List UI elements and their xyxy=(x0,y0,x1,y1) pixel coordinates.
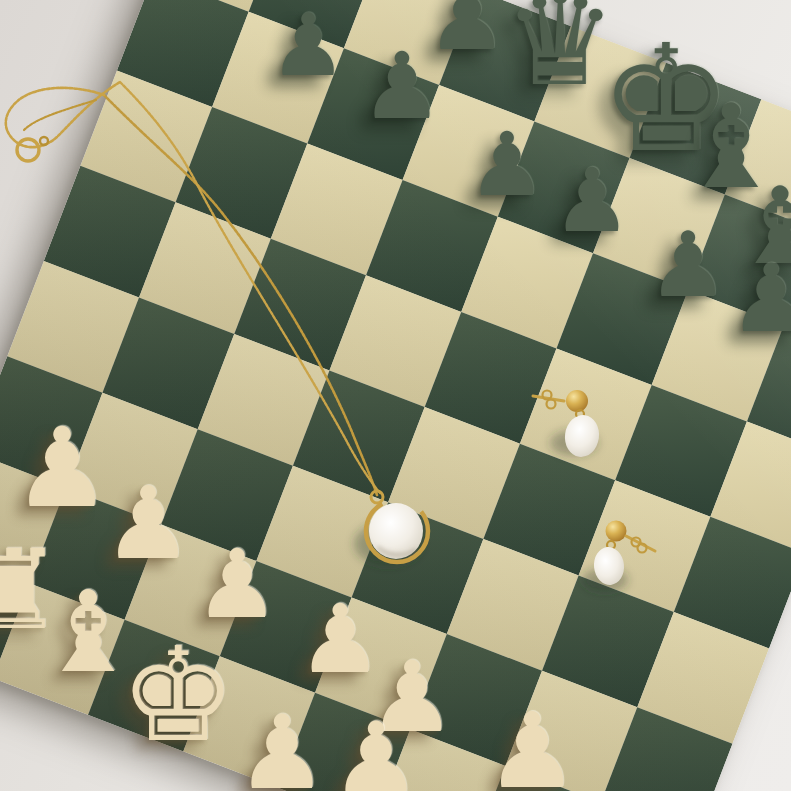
piece-cream-king-d2[interactable]: ♚ xyxy=(120,630,237,760)
piece-cream-pawn-b3[interactable]: ♟ xyxy=(13,413,112,523)
piece-green-pawn-f7[interactable]: ♟ xyxy=(553,157,632,245)
piece-green-pawn-c7[interactable]: ♟ xyxy=(361,41,443,133)
piece-green-pawn-h6[interactable]: ♟ xyxy=(729,252,791,346)
piece-cream-pawn-g3[interactable]: ♟ xyxy=(485,699,578,791)
piece-layer: ♟♟♟♛♚♟♟♝♝♟♟♟♟♜♝♟♟♟♚♟♟♟ xyxy=(0,0,791,791)
piece-cream-pawn-d3[interactable]: ♟ xyxy=(194,537,279,632)
piece-green-pawn-g6[interactable]: ♟ xyxy=(648,220,729,310)
photo-chessboard-scene: ♟♟♟♛♚♟♟♝♝♟♟♟♟♜♝♟♟♟♚♟♟♟ xyxy=(0,0,791,791)
piece-cream-pawn-e2[interactable]: ♟ xyxy=(236,702,327,791)
piece-cream-pawn-c3[interactable]: ♟ xyxy=(103,474,193,574)
piece-green-pawn-e7[interactable]: ♟ xyxy=(468,121,547,209)
piece-cream-pawn-f2[interactable]: ♟ xyxy=(330,709,421,791)
piece-green-pawn-b7[interactable]: ♟ xyxy=(269,2,346,88)
